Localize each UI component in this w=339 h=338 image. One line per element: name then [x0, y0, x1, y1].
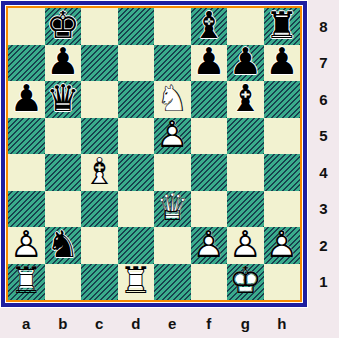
square-f6[interactable]	[191, 81, 228, 118]
white-pawn[interactable]: ♟♙	[191, 227, 228, 264]
square-g4[interactable]	[227, 154, 264, 191]
black-bishop[interactable]: ♝	[191, 8, 228, 45]
white-pawn[interactable]: ♟♙	[8, 227, 45, 264]
white-bishop[interactable]: ♝♗	[81, 154, 118, 191]
file-label-h: h	[264, 308, 301, 338]
square-c5[interactable]	[81, 118, 118, 155]
board-frame-orange: ♚♝♜♟♟♟♟♟♛♞♘♝♟♙♝♗♛♕♟♙♞♟♙♟♙♟♙♜♖♜♖♚♔	[6, 6, 302, 302]
file-label-d: d	[118, 308, 155, 338]
square-f4[interactable]	[191, 154, 228, 191]
rank-label-2: 2	[308, 227, 339, 264]
square-f8[interactable]: ♝	[191, 8, 228, 45]
square-d2[interactable]	[118, 227, 155, 264]
black-pawn[interactable]: ♟	[191, 45, 228, 82]
black-pawn[interactable]: ♟	[227, 45, 264, 82]
square-g3[interactable]	[227, 191, 264, 228]
square-e7[interactable]	[154, 45, 191, 82]
square-e3[interactable]: ♛♕	[154, 191, 191, 228]
square-c1[interactable]	[81, 264, 118, 301]
square-h5[interactable]	[264, 118, 301, 155]
square-a5[interactable]	[8, 118, 45, 155]
file-label-c: c	[81, 308, 118, 338]
square-f5[interactable]	[191, 118, 228, 155]
rank-label-6: 6	[308, 81, 339, 118]
square-g2[interactable]: ♟♙	[227, 227, 264, 264]
black-rook[interactable]: ♜	[264, 8, 301, 45]
square-f3[interactable]	[191, 191, 228, 228]
square-h2[interactable]: ♟♙	[264, 227, 301, 264]
white-pawn[interactable]: ♟♙	[154, 118, 191, 155]
board-frame-navy: ♚♝♜♟♟♟♟♟♛♞♘♝♟♙♝♗♛♕♟♙♞♟♙♟♙♟♙♜♖♜♖♚♔	[1, 1, 307, 307]
white-rook[interactable]: ♜♖	[8, 264, 45, 301]
square-c7[interactable]	[81, 45, 118, 82]
square-h8[interactable]: ♜	[264, 8, 301, 45]
square-h3[interactable]	[264, 191, 301, 228]
square-b4[interactable]	[45, 154, 82, 191]
square-f2[interactable]: ♟♙	[191, 227, 228, 264]
rank-labels: 8 7 6 5 4 3 2 1	[308, 8, 339, 300]
square-c4[interactable]: ♝♗	[81, 154, 118, 191]
white-pawn[interactable]: ♟♙	[227, 227, 264, 264]
black-king[interactable]: ♚	[45, 8, 82, 45]
square-g1[interactable]: ♚♔	[227, 264, 264, 301]
board-frame: ♚♝♜♟♟♟♟♟♛♞♘♝♟♙♝♗♛♕♟♙♞♟♙♟♙♟♙♜♖♜♖♚♔	[0, 0, 308, 308]
black-pawn[interactable]: ♟	[8, 81, 45, 118]
white-king[interactable]: ♚♔	[227, 264, 264, 301]
square-f7[interactable]: ♟	[191, 45, 228, 82]
black-knight[interactable]: ♞	[45, 227, 82, 264]
rank-label-4: 4	[308, 154, 339, 191]
file-labels: a b c d e f g h	[8, 308, 300, 338]
square-a2[interactable]: ♟♙	[8, 227, 45, 264]
square-e4[interactable]	[154, 154, 191, 191]
chess-app: ♚♝♜♟♟♟♟♟♛♞♘♝♟♙♝♗♛♕♟♙♞♟♙♟♙♟♙♜♖♜♖♚♔ a b c …	[0, 0, 339, 338]
file-label-g: g	[227, 308, 264, 338]
white-rook[interactable]: ♜♖	[118, 264, 155, 301]
black-pawn[interactable]: ♟	[45, 45, 82, 82]
rank-label-5: 5	[308, 118, 339, 155]
square-d3[interactable]	[118, 191, 155, 228]
square-a6[interactable]: ♟	[8, 81, 45, 118]
square-c2[interactable]	[81, 227, 118, 264]
square-h4[interactable]	[264, 154, 301, 191]
file-label-e: e	[154, 308, 191, 338]
square-e8[interactable]	[154, 8, 191, 45]
square-g5[interactable]	[227, 118, 264, 155]
square-a1[interactable]: ♜♖	[8, 264, 45, 301]
square-b2[interactable]: ♞	[45, 227, 82, 264]
square-d4[interactable]	[118, 154, 155, 191]
square-d7[interactable]	[118, 45, 155, 82]
square-h1[interactable]	[264, 264, 301, 301]
rank-label-1: 1	[308, 264, 339, 301]
white-knight[interactable]: ♞♘	[154, 81, 191, 118]
square-e6[interactable]: ♞♘	[154, 81, 191, 118]
file-label-a: a	[8, 308, 45, 338]
white-pawn[interactable]: ♟♙	[264, 227, 301, 264]
rank-label-8: 8	[308, 8, 339, 45]
square-a7[interactable]	[8, 45, 45, 82]
square-f1[interactable]	[191, 264, 228, 301]
black-queen[interactable]: ♛	[45, 81, 82, 118]
square-e1[interactable]	[154, 264, 191, 301]
square-b8[interactable]: ♚	[45, 8, 82, 45]
rank-label-3: 3	[308, 191, 339, 228]
square-c8[interactable]	[81, 8, 118, 45]
square-b5[interactable]	[45, 118, 82, 155]
square-d5[interactable]	[118, 118, 155, 155]
square-c3[interactable]	[81, 191, 118, 228]
square-g7[interactable]: ♟	[227, 45, 264, 82]
file-label-f: f	[191, 308, 228, 338]
square-b3[interactable]	[45, 191, 82, 228]
square-d6[interactable]	[118, 81, 155, 118]
square-e2[interactable]	[154, 227, 191, 264]
square-e5[interactable]: ♟♙	[154, 118, 191, 155]
square-a4[interactable]	[8, 154, 45, 191]
square-c6[interactable]	[81, 81, 118, 118]
square-h7[interactable]: ♟	[264, 45, 301, 82]
square-g8[interactable]	[227, 8, 264, 45]
square-d8[interactable]	[118, 8, 155, 45]
square-d1[interactable]: ♜♖	[118, 264, 155, 301]
white-queen[interactable]: ♛♕	[154, 191, 191, 228]
square-a8[interactable]	[8, 8, 45, 45]
square-b7[interactable]: ♟	[45, 45, 82, 82]
black-pawn[interactable]: ♟	[264, 45, 301, 82]
square-b6[interactable]: ♛	[45, 81, 82, 118]
rank-label-7: 7	[308, 45, 339, 82]
square-a3[interactable]	[8, 191, 45, 228]
file-label-b: b	[45, 308, 82, 338]
black-bishop[interactable]: ♝	[227, 81, 264, 118]
square-h6[interactable]	[264, 81, 301, 118]
chess-board: ♚♝♜♟♟♟♟♟♛♞♘♝♟♙♝♗♛♕♟♙♞♟♙♟♙♟♙♜♖♜♖♚♔	[8, 8, 300, 300]
square-b1[interactable]	[45, 264, 82, 301]
square-g6[interactable]: ♝	[227, 81, 264, 118]
